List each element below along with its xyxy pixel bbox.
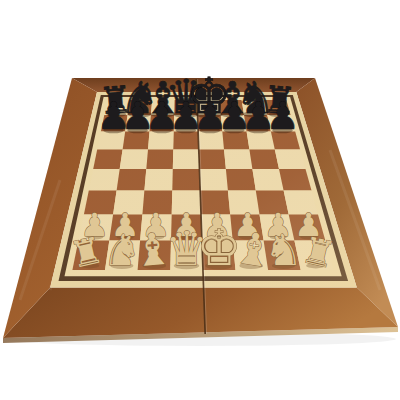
square-e4[interactable] (199, 169, 228, 191)
chess-set-photo: ♜♞♝♛♚♝♞♜♟♟♟♟♟♟♟♟♟♟♟♟♟♟♟♟♜♞♝♛♚♝♞♜ (0, 0, 400, 400)
square-d4[interactable] (172, 169, 200, 191)
piece-white-knight-g1[interactable]: ♞ (264, 225, 303, 275)
square-b4[interactable] (117, 169, 147, 191)
piece-black-pawn-h7[interactable]: ♟ (265, 94, 299, 138)
square-b5[interactable] (120, 150, 148, 170)
chess-board-photo: ♜♞♝♛♚♝♞♜♟♟♟♟♟♟♟♟♟♟♟♟♟♟♟♟♜♞♝♛♚♝♞♜ (0, 0, 400, 400)
square-c4[interactable] (144, 169, 172, 191)
square-g5[interactable] (249, 150, 279, 170)
square-g4[interactable] (252, 169, 283, 191)
square-a5[interactable] (93, 150, 122, 170)
square-f5[interactable] (224, 150, 252, 170)
square-c5[interactable] (146, 150, 173, 170)
square-d5[interactable] (173, 150, 200, 170)
square-e5[interactable] (199, 150, 226, 170)
square-f4[interactable] (226, 169, 256, 191)
square-a4[interactable] (89, 169, 120, 191)
square-h5[interactable] (275, 150, 306, 170)
